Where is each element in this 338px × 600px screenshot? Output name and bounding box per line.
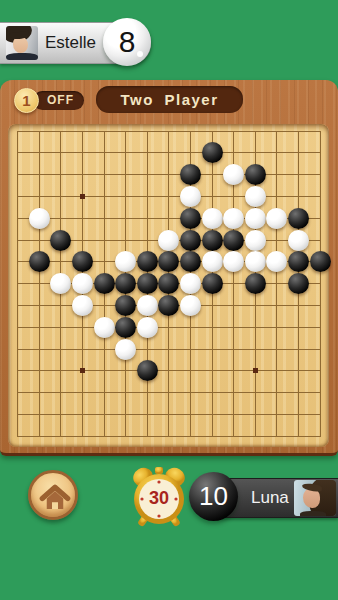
grid-line [17, 349, 320, 350]
move-timer: 30 [131, 466, 187, 528]
grid-line [17, 370, 320, 371]
black-stone [72, 251, 93, 272]
white-stone [245, 208, 266, 229]
bottom-player-score-black-stone: 10 [189, 472, 238, 521]
black-stone [202, 230, 223, 251]
white-stone [137, 295, 158, 316]
black-stone [137, 251, 158, 272]
black-stone [223, 230, 244, 251]
white-stone [115, 339, 136, 360]
home-icon [37, 479, 73, 515]
black-stone [202, 273, 223, 294]
white-stone [245, 230, 266, 251]
white-stone [158, 230, 179, 251]
black-stone [288, 251, 309, 272]
white-stone [115, 251, 136, 272]
star-point [80, 368, 85, 373]
sound-toggle[interactable]: OFF [33, 91, 84, 110]
black-stone [115, 273, 136, 294]
black-stone [180, 208, 201, 229]
white-stone [180, 186, 201, 207]
black-stone [115, 295, 136, 316]
white-stone [72, 273, 93, 294]
grid-line [17, 392, 320, 393]
white-stone [223, 208, 244, 229]
white-stone [223, 251, 244, 272]
black-stone [158, 295, 179, 316]
top-player-name: Estelle [45, 23, 96, 63]
timer-seconds: 30 [131, 488, 187, 509]
bottom-player-avatar [294, 480, 336, 516]
game-mode-label: Two Player [96, 86, 243, 113]
home-button[interactable] [28, 470, 78, 520]
board-grid[interactable] [8, 124, 329, 447]
black-stone [310, 251, 331, 272]
black-stone [94, 273, 115, 294]
grid-line [320, 131, 321, 437]
black-stone [137, 360, 158, 381]
black-stone [158, 251, 179, 272]
white-stone [94, 317, 115, 338]
avatar-body [6, 53, 38, 60]
black-stone [245, 164, 266, 185]
white-stone [245, 186, 266, 207]
white-stone [288, 230, 309, 251]
white-stone [245, 251, 266, 272]
white-stone [180, 295, 201, 316]
white-stone [266, 208, 287, 229]
black-stone [202, 142, 223, 163]
white-stone [180, 273, 201, 294]
black-stone [180, 164, 201, 185]
white-stone [72, 295, 93, 316]
star-point [253, 368, 258, 373]
bottom-player-name: Luna [251, 479, 289, 517]
grid-line [17, 436, 320, 437]
white-stone [50, 273, 71, 294]
grid-line [276, 131, 277, 437]
board-panel: 1 OFF Two Player [0, 80, 338, 456]
black-stone [137, 273, 158, 294]
gomoku-app-screen: Estelle 8 1 OFF Two Player [0, 0, 338, 600]
black-stone [288, 273, 309, 294]
black-stone [29, 251, 50, 272]
black-stone [180, 230, 201, 251]
black-stone [158, 273, 179, 294]
avatar-body [300, 511, 326, 516]
white-stone [137, 317, 158, 338]
black-stone [50, 230, 71, 251]
white-stone [266, 251, 287, 272]
black-stone [245, 273, 266, 294]
black-stone [115, 317, 136, 338]
move-indicator-badge: 1 [14, 88, 39, 113]
top-player-score-white-stone: 8 [103, 18, 151, 66]
white-stone [29, 208, 50, 229]
white-stone [223, 164, 244, 185]
white-stone [202, 251, 223, 272]
grid-line [17, 414, 320, 415]
grid-line [17, 327, 320, 328]
star-point [80, 194, 85, 199]
white-stone [202, 208, 223, 229]
top-player-bar: Estelle 8 [0, 22, 151, 64]
black-stone [288, 208, 309, 229]
top-player-avatar [6, 26, 38, 60]
black-stone [180, 251, 201, 272]
